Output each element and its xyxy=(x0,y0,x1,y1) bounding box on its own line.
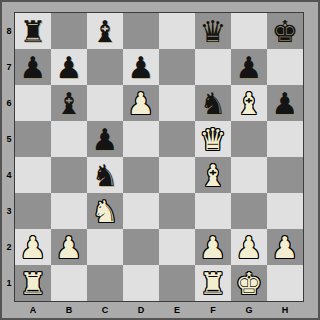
square-f1[interactable]: ♜ xyxy=(195,265,231,301)
diagram-frame: 87654321 ♜♝♛♚♟♟♟♟♝♟♞♝♟♟♛♞♝♞♟♟♟♟♟♜♜♚ ABCD… xyxy=(0,0,320,320)
square-g6[interactable]: ♝ xyxy=(231,85,267,121)
white-king: ♚ xyxy=(231,265,267,301)
square-e5[interactable] xyxy=(159,121,195,157)
square-c8[interactable]: ♝ xyxy=(87,13,123,49)
square-b4[interactable] xyxy=(51,157,87,193)
square-c2[interactable] xyxy=(87,229,123,265)
square-c3[interactable]: ♞ xyxy=(87,193,123,229)
rank-label-4: 4 xyxy=(4,157,14,193)
black-pawn: ♟ xyxy=(231,49,267,85)
white-rook: ♜ xyxy=(15,265,51,301)
square-g2[interactable]: ♟ xyxy=(231,229,267,265)
square-h5[interactable] xyxy=(267,121,303,157)
file-label-f: F xyxy=(195,302,231,318)
rank-label-1: 1 xyxy=(4,265,14,301)
square-f6[interactable]: ♞ xyxy=(195,85,231,121)
square-h6[interactable]: ♟ xyxy=(267,85,303,121)
square-h7[interactable] xyxy=(267,49,303,85)
white-pawn: ♟ xyxy=(51,229,87,265)
square-e7[interactable] xyxy=(159,49,195,85)
square-e4[interactable] xyxy=(159,157,195,193)
black-pawn: ♟ xyxy=(87,121,123,157)
square-e6[interactable] xyxy=(159,85,195,121)
square-b5[interactable] xyxy=(51,121,87,157)
file-label-a: A xyxy=(15,302,51,318)
square-f3[interactable] xyxy=(195,193,231,229)
square-a7[interactable]: ♟ xyxy=(15,49,51,85)
square-a5[interactable] xyxy=(15,121,51,157)
square-g3[interactable] xyxy=(231,193,267,229)
square-c7[interactable] xyxy=(87,49,123,85)
rank-labels: 87654321 xyxy=(4,13,14,301)
square-e3[interactable] xyxy=(159,193,195,229)
chessboard: ♜♝♛♚♟♟♟♟♝♟♞♝♟♟♛♞♝♞♟♟♟♟♟♜♜♚ xyxy=(14,12,304,302)
white-rook: ♜ xyxy=(195,265,231,301)
black-queen: ♛ xyxy=(195,13,231,49)
square-f5[interactable]: ♛ xyxy=(195,121,231,157)
square-e8[interactable] xyxy=(159,13,195,49)
square-b1[interactable] xyxy=(51,265,87,301)
square-g4[interactable] xyxy=(231,157,267,193)
square-b3[interactable] xyxy=(51,193,87,229)
white-pawn: ♟ xyxy=(195,229,231,265)
square-e2[interactable] xyxy=(159,229,195,265)
square-h3[interactable] xyxy=(267,193,303,229)
square-g8[interactable] xyxy=(231,13,267,49)
file-label-c: C xyxy=(87,302,123,318)
square-g7[interactable]: ♟ xyxy=(231,49,267,85)
square-b7[interactable]: ♟ xyxy=(51,49,87,85)
white-bishop: ♝ xyxy=(231,85,267,121)
white-knight: ♞ xyxy=(87,193,123,229)
square-f8[interactable]: ♛ xyxy=(195,13,231,49)
square-f2[interactable]: ♟ xyxy=(195,229,231,265)
file-label-b: B xyxy=(51,302,87,318)
square-c1[interactable] xyxy=(87,265,123,301)
square-b6[interactable]: ♝ xyxy=(51,85,87,121)
white-pawn: ♟ xyxy=(123,85,159,121)
square-a3[interactable] xyxy=(15,193,51,229)
black-pawn: ♟ xyxy=(123,49,159,85)
rank-label-3: 3 xyxy=(4,193,14,229)
square-f7[interactable] xyxy=(195,49,231,85)
square-c5[interactable]: ♟ xyxy=(87,121,123,157)
square-d2[interactable] xyxy=(123,229,159,265)
square-f4[interactable]: ♝ xyxy=(195,157,231,193)
square-d1[interactable] xyxy=(123,265,159,301)
rank-label-5: 5 xyxy=(4,121,14,157)
white-pawn: ♟ xyxy=(267,229,303,265)
file-labels: ABCDEFGH xyxy=(15,302,303,318)
white-pawn: ♟ xyxy=(231,229,267,265)
white-queen: ♛ xyxy=(195,121,231,157)
square-h4[interactable] xyxy=(267,157,303,193)
square-h1[interactable] xyxy=(267,265,303,301)
square-g1[interactable]: ♚ xyxy=(231,265,267,301)
black-pawn: ♟ xyxy=(15,49,51,85)
black-bishop: ♝ xyxy=(87,13,123,49)
white-bishop: ♝ xyxy=(195,157,231,193)
square-d7[interactable]: ♟ xyxy=(123,49,159,85)
rank-label-8: 8 xyxy=(4,13,14,49)
square-b8[interactable] xyxy=(51,13,87,49)
square-a6[interactable] xyxy=(15,85,51,121)
square-d4[interactable] xyxy=(123,157,159,193)
square-a4[interactable] xyxy=(15,157,51,193)
square-h8[interactable]: ♚ xyxy=(267,13,303,49)
black-pawn: ♟ xyxy=(51,49,87,85)
square-d3[interactable] xyxy=(123,193,159,229)
square-c4[interactable]: ♞ xyxy=(87,157,123,193)
square-b2[interactable]: ♟ xyxy=(51,229,87,265)
file-label-g: G xyxy=(231,302,267,318)
file-label-h: H xyxy=(267,302,303,318)
black-king: ♚ xyxy=(267,13,303,49)
square-g5[interactable] xyxy=(231,121,267,157)
square-e1[interactable] xyxy=(159,265,195,301)
rank-label-6: 6 xyxy=(4,85,14,121)
square-d5[interactable] xyxy=(123,121,159,157)
file-label-e: E xyxy=(159,302,195,318)
square-a1[interactable]: ♜ xyxy=(15,265,51,301)
rank-label-7: 7 xyxy=(4,49,14,85)
black-rook: ♜ xyxy=(15,13,51,49)
square-d6[interactable]: ♟ xyxy=(123,85,159,121)
file-label-d: D xyxy=(123,302,159,318)
black-pawn: ♟ xyxy=(267,85,303,121)
square-c6[interactable] xyxy=(87,85,123,121)
black-knight: ♞ xyxy=(87,157,123,193)
rank-label-2: 2 xyxy=(4,229,14,265)
white-pawn: ♟ xyxy=(15,229,51,265)
square-d8[interactable] xyxy=(123,13,159,49)
black-bishop: ♝ xyxy=(51,85,87,121)
square-a2[interactable]: ♟ xyxy=(15,229,51,265)
square-a8[interactable]: ♜ xyxy=(15,13,51,49)
square-h2[interactable]: ♟ xyxy=(267,229,303,265)
black-knight: ♞ xyxy=(195,85,231,121)
